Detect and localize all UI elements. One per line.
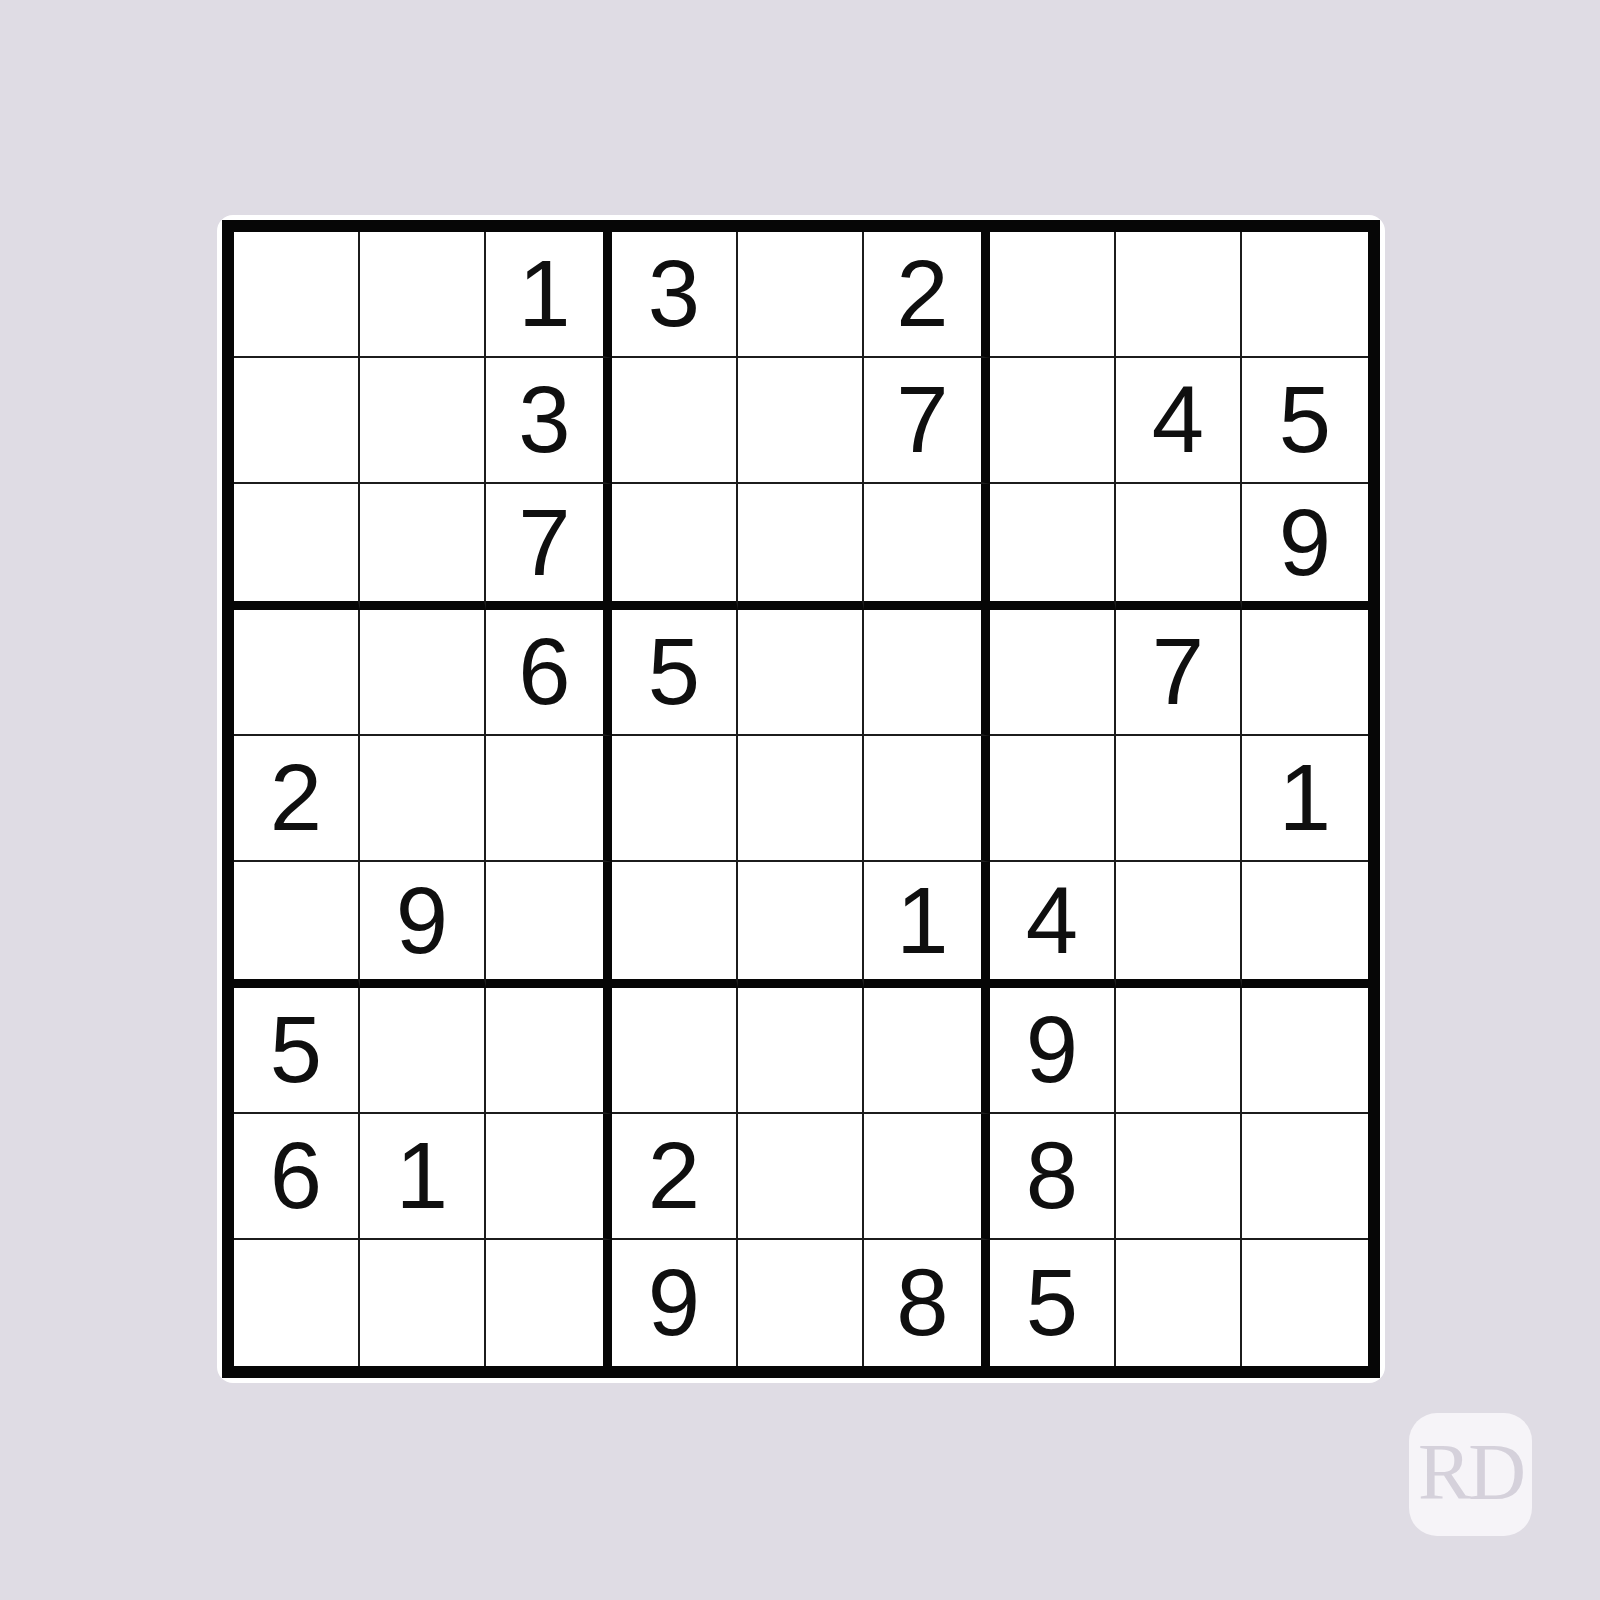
cell-r3c5[interactable] bbox=[738, 484, 864, 610]
cell-r6c6[interactable]: 1 bbox=[864, 862, 990, 988]
cell-r4c2[interactable] bbox=[360, 610, 486, 736]
cell-r8c8[interactable] bbox=[1116, 1114, 1242, 1240]
cell-r2c9[interactable]: 5 bbox=[1242, 358, 1368, 484]
cell-r8c2[interactable]: 1 bbox=[360, 1114, 486, 1240]
sudoku-board: 13237457965721914596128985 bbox=[222, 220, 1380, 1378]
cell-r5c9[interactable]: 1 bbox=[1242, 736, 1368, 862]
cell-r5c7[interactable] bbox=[990, 736, 1116, 862]
cell-r7c6[interactable] bbox=[864, 988, 990, 1114]
cell-r6c8[interactable] bbox=[1116, 862, 1242, 988]
cell-r1c4[interactable]: 3 bbox=[612, 232, 738, 358]
cell-r7c5[interactable] bbox=[738, 988, 864, 1114]
cell-r9c6[interactable]: 8 bbox=[864, 1240, 990, 1366]
cell-r5c3[interactable] bbox=[486, 736, 612, 862]
cell-r1c9[interactable] bbox=[1242, 232, 1368, 358]
cell-r8c1[interactable]: 6 bbox=[234, 1114, 360, 1240]
cell-r9c5[interactable] bbox=[738, 1240, 864, 1366]
cell-r9c4[interactable]: 9 bbox=[612, 1240, 738, 1366]
cell-r6c5[interactable] bbox=[738, 862, 864, 988]
cell-r6c4[interactable] bbox=[612, 862, 738, 988]
cell-r7c4[interactable] bbox=[612, 988, 738, 1114]
cell-r6c9[interactable] bbox=[1242, 862, 1368, 988]
cell-r3c4[interactable] bbox=[612, 484, 738, 610]
cell-r4c7[interactable] bbox=[990, 610, 1116, 736]
rd-logo-text: RD bbox=[1418, 1427, 1523, 1518]
cell-r5c2[interactable] bbox=[360, 736, 486, 862]
cell-r3c1[interactable] bbox=[234, 484, 360, 610]
cell-r2c1[interactable] bbox=[234, 358, 360, 484]
cell-r9c9[interactable] bbox=[1242, 1240, 1368, 1366]
cell-r3c2[interactable] bbox=[360, 484, 486, 610]
cell-r6c7[interactable]: 4 bbox=[990, 862, 1116, 988]
cell-r9c3[interactable] bbox=[486, 1240, 612, 1366]
cell-r9c7[interactable]: 5 bbox=[990, 1240, 1116, 1366]
cell-r5c4[interactable] bbox=[612, 736, 738, 862]
cell-r8c9[interactable] bbox=[1242, 1114, 1368, 1240]
cell-r5c5[interactable] bbox=[738, 736, 864, 862]
cell-r8c3[interactable] bbox=[486, 1114, 612, 1240]
cell-r4c8[interactable]: 7 bbox=[1116, 610, 1242, 736]
cell-r4c3[interactable]: 6 bbox=[486, 610, 612, 736]
cell-r7c3[interactable] bbox=[486, 988, 612, 1114]
cell-r3c9[interactable]: 9 bbox=[1242, 484, 1368, 610]
cell-r6c2[interactable]: 9 bbox=[360, 862, 486, 988]
cell-r7c9[interactable] bbox=[1242, 988, 1368, 1114]
cell-r1c1[interactable] bbox=[234, 232, 360, 358]
cell-r2c3[interactable]: 3 bbox=[486, 358, 612, 484]
cell-r4c1[interactable] bbox=[234, 610, 360, 736]
rd-logo: RD bbox=[1409, 1413, 1532, 1536]
cell-r3c3[interactable]: 7 bbox=[486, 484, 612, 610]
cell-r2c6[interactable]: 7 bbox=[864, 358, 990, 484]
cell-r5c8[interactable] bbox=[1116, 736, 1242, 862]
cell-r1c3[interactable]: 1 bbox=[486, 232, 612, 358]
cell-r1c8[interactable] bbox=[1116, 232, 1242, 358]
cell-r1c6[interactable]: 2 bbox=[864, 232, 990, 358]
cell-r2c7[interactable] bbox=[990, 358, 1116, 484]
cell-r1c5[interactable] bbox=[738, 232, 864, 358]
cell-r8c6[interactable] bbox=[864, 1114, 990, 1240]
cell-r7c7[interactable]: 9 bbox=[990, 988, 1116, 1114]
cell-r2c2[interactable] bbox=[360, 358, 486, 484]
cell-r8c5[interactable] bbox=[738, 1114, 864, 1240]
page-background: 13237457965721914596128985 RD bbox=[0, 0, 1600, 1600]
cell-r6c3[interactable] bbox=[486, 862, 612, 988]
cell-r5c1[interactable]: 2 bbox=[234, 736, 360, 862]
cell-r3c7[interactable] bbox=[990, 484, 1116, 610]
puzzle-sheet: 13237457965721914596128985 bbox=[217, 215, 1385, 1383]
cell-r4c9[interactable] bbox=[1242, 610, 1368, 736]
cell-r7c1[interactable]: 5 bbox=[234, 988, 360, 1114]
cell-r3c6[interactable] bbox=[864, 484, 990, 610]
cell-r1c7[interactable] bbox=[990, 232, 1116, 358]
cell-r4c4[interactable]: 5 bbox=[612, 610, 738, 736]
cell-r1c2[interactable] bbox=[360, 232, 486, 358]
cell-r8c7[interactable]: 8 bbox=[990, 1114, 1116, 1240]
cell-r6c1[interactable] bbox=[234, 862, 360, 988]
cell-r9c8[interactable] bbox=[1116, 1240, 1242, 1366]
cell-r2c4[interactable] bbox=[612, 358, 738, 484]
cell-r7c8[interactable] bbox=[1116, 988, 1242, 1114]
cell-r2c8[interactable]: 4 bbox=[1116, 358, 1242, 484]
cell-r4c6[interactable] bbox=[864, 610, 990, 736]
cell-r3c8[interactable] bbox=[1116, 484, 1242, 610]
cell-r4c5[interactable] bbox=[738, 610, 864, 736]
cell-r7c2[interactable] bbox=[360, 988, 486, 1114]
cell-r8c4[interactable]: 2 bbox=[612, 1114, 738, 1240]
cell-r5c6[interactable] bbox=[864, 736, 990, 862]
cell-r9c1[interactable] bbox=[234, 1240, 360, 1366]
cell-r9c2[interactable] bbox=[360, 1240, 486, 1366]
cell-r2c5[interactable] bbox=[738, 358, 864, 484]
